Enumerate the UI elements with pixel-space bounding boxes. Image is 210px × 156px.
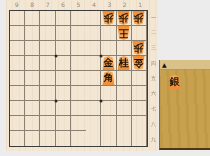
board-cell[interactable] [71,41,86,56]
komadai-header: ▲ [160,60,210,70]
file-label: 1 [133,0,148,9]
board-cell[interactable] [40,11,55,26]
board-cell[interactable]: 歩 [132,41,147,56]
shogi-piece-gote-gold[interactable]: 金 [132,56,145,70]
file-label: 2 [117,0,132,9]
board-cell[interactable] [25,116,40,131]
hoshi-dot [100,100,103,103]
rank-label: 四 [150,57,158,70]
board-cell[interactable] [40,131,55,146]
board-cell[interactable] [117,116,132,131]
board-cell[interactable] [132,26,147,41]
board-cell[interactable] [71,101,86,116]
board-cell[interactable] [56,41,71,56]
board-cell[interactable] [25,71,40,86]
board-cell[interactable] [132,116,147,131]
board-cell[interactable] [101,131,116,146]
board-cell[interactable] [71,11,86,26]
board-cell[interactable] [117,71,132,86]
board-cell[interactable] [10,131,25,146]
board-cell[interactable] [86,11,101,26]
board-cell[interactable] [10,56,25,71]
hoshi-dot [54,54,57,57]
board-cell[interactable] [71,26,86,41]
rank-label: 八 [150,118,158,131]
board-cell[interactable] [10,41,25,56]
file-label: 7 [40,0,55,9]
board-cell[interactable]: 金 [101,56,116,71]
board-cell[interactable] [71,71,86,86]
board-cell[interactable] [56,26,71,41]
board-cell[interactable] [101,86,116,101]
sente-komadai: ▲ 銀 [159,60,210,150]
board-cell[interactable] [86,71,101,86]
sente-hand: 銀 [160,70,210,89]
board-cell[interactable] [56,101,71,116]
board-cell[interactable] [132,131,147,146]
file-label: 5 [71,0,86,9]
board-cell[interactable] [71,131,86,146]
shogi-piece-sente-bishop[interactable]: 角 [102,71,115,85]
board-cell[interactable] [10,11,25,26]
board-cell[interactable] [25,86,40,101]
board-cell[interactable] [10,26,25,41]
board-cell[interactable] [10,116,25,131]
rank-label: 二 [150,26,158,39]
board-cell[interactable] [86,26,101,41]
shogi-piece-sente-knight[interactable]: 桂 [117,56,130,70]
board-cell[interactable] [40,56,55,71]
shogi-piece-gote-pawn[interactable]: 歩 [117,11,130,25]
board-cell[interactable] [101,41,116,56]
board-cell[interactable] [25,101,40,116]
board-cell[interactable] [86,41,101,56]
board-cell[interactable] [86,131,101,146]
shogi-piece-gote-pawn[interactable]: 歩 [132,11,145,25]
board-cell[interactable] [86,56,101,71]
file-label: 4 [86,0,101,9]
shogi-board: 987654321 歩歩歩王歩金桂金角 一二三四五六七八九 [6,0,158,151]
board-cell[interactable] [117,86,132,101]
board-cell[interactable] [71,86,86,101]
shogi-piece-gote-pawn[interactable]: 歩 [132,41,145,55]
file-label: 6 [55,0,70,9]
shogi-piece-gote-pawn[interactable]: 歩 [102,11,115,25]
board-cell[interactable] [25,56,40,71]
board-cell[interactable] [71,56,86,71]
rank-label: 九 [150,133,158,146]
rank-label: 五 [150,72,158,85]
board-cell[interactable]: 王 [117,26,132,41]
file-label: 9 [9,0,24,9]
board-cell[interactable] [101,101,116,116]
board-cell[interactable] [86,116,101,131]
board-grid: 歩歩歩王歩金桂金角 [9,10,148,147]
board-cell[interactable] [10,86,25,101]
board-cell[interactable]: 金 [132,56,147,71]
shogi-piece-sente-silver[interactable]: 銀 [168,75,181,89]
board-cell[interactable] [40,71,55,86]
sente-turn-marker-icon: ▲ [162,60,167,69]
rank-label: 七 [150,102,158,115]
board-cell[interactable] [117,131,132,146]
board-cell[interactable] [40,116,55,131]
board-cell[interactable] [132,86,147,101]
board-cell[interactable] [25,41,40,56]
file-label: 3 [102,0,117,9]
board-cell[interactable] [25,131,40,146]
board-cell[interactable] [40,26,55,41]
board-cell[interactable] [56,71,71,86]
board-cell[interactable] [71,116,86,131]
board-cell[interactable] [56,131,71,146]
file-label: 8 [24,0,39,9]
board-cell[interactable] [25,11,40,26]
board-cell[interactable] [117,101,132,116]
board-cell[interactable] [10,71,25,86]
board-cell[interactable]: 歩 [101,11,116,26]
board-cell[interactable] [132,101,147,116]
rank-label: 一 [150,11,158,24]
rank-label: 六 [150,87,158,100]
board-cell[interactable] [40,41,55,56]
hoshi-dot [100,54,103,57]
shogi-piece-gote-king[interactable]: 王 [117,26,130,40]
board-cell[interactable] [117,41,132,56]
shogi-app: 987654321 歩歩歩王歩金桂金角 一二三四五六七八九 ▲ 銀 [0,0,210,156]
board-cell[interactable] [40,101,55,116]
rank-label: 三 [150,42,158,55]
board-cell[interactable] [25,26,40,41]
board-cell[interactable] [86,101,101,116]
board-cell[interactable] [56,86,71,101]
board-cell[interactable] [40,86,55,101]
board-cell[interactable] [101,26,116,41]
file-labels: 987654321 [9,0,148,9]
board-cell[interactable] [132,71,147,86]
board-cell[interactable]: 桂 [117,56,132,71]
board-cell[interactable] [101,116,116,131]
board-cell[interactable] [86,86,101,101]
rank-labels: 一二三四五六七八九 [149,10,158,147]
board-cell[interactable]: 歩 [132,11,147,26]
hoshi-dot [54,100,57,103]
board-cell[interactable] [56,116,71,131]
board-cell[interactable] [56,11,71,26]
board-cell[interactable] [56,56,71,71]
board-cell[interactable] [10,101,25,116]
shogi-piece-sente-gold[interactable]: 金 [102,56,115,70]
board-cell[interactable]: 角 [101,71,116,86]
board-cell[interactable]: 歩 [117,11,132,26]
